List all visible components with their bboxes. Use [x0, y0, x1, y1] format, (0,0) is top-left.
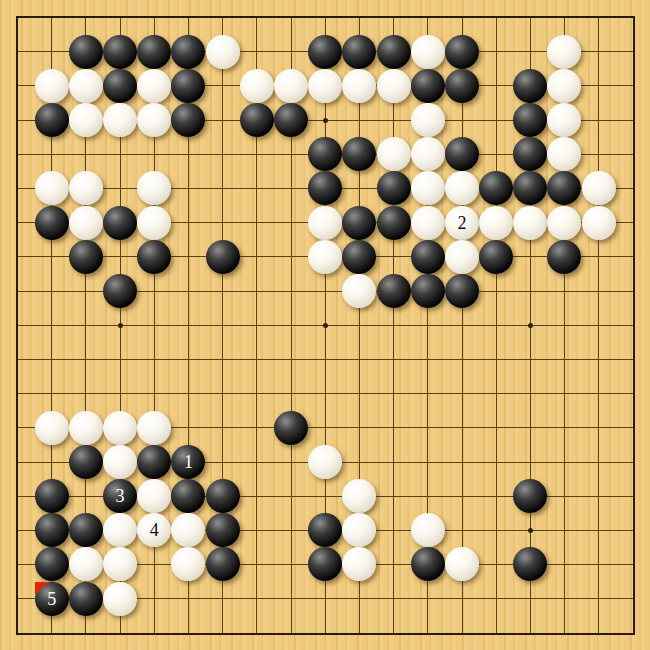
black-stone [35, 547, 69, 581]
black-stone [240, 103, 274, 137]
black-stone [445, 69, 479, 103]
white-stone [582, 171, 616, 205]
black-stone [69, 582, 103, 616]
black-stone [342, 206, 376, 240]
black-stone [513, 137, 547, 171]
black-stone [308, 547, 342, 581]
white-stone [69, 69, 103, 103]
white-stone [137, 411, 171, 445]
white-stone [240, 69, 274, 103]
white-stone [547, 69, 581, 103]
black-stone [137, 445, 171, 479]
white-stone [137, 171, 171, 205]
black-stone [103, 274, 137, 308]
black-stone: 3 [103, 479, 137, 513]
white-stone [547, 35, 581, 69]
black-stone [137, 240, 171, 274]
white-stone [274, 69, 308, 103]
black-stone [103, 206, 137, 240]
white-stone [445, 547, 479, 581]
black-stone [206, 479, 240, 513]
move-number-label: 4 [150, 521, 159, 539]
black-stone [445, 137, 479, 171]
black-stone [479, 171, 513, 205]
black-stone [513, 103, 547, 137]
move-number-label: 1 [184, 453, 193, 471]
black-stone [69, 513, 103, 547]
black-stone [171, 35, 205, 69]
white-stone [342, 274, 376, 308]
white-stone [547, 103, 581, 137]
white-stone [103, 445, 137, 479]
black-stone [69, 240, 103, 274]
black-stone [35, 513, 69, 547]
black-stone [547, 171, 581, 205]
white-stone [69, 171, 103, 205]
black-stone [513, 479, 547, 513]
white-stone [171, 513, 205, 547]
black-stone [377, 206, 411, 240]
white-stone [35, 171, 69, 205]
black-stone [411, 547, 445, 581]
white-stone [582, 206, 616, 240]
white-stone [479, 206, 513, 240]
white-stone [35, 69, 69, 103]
white-stone [206, 35, 240, 69]
white-stone [171, 547, 205, 581]
go-board[interactable]: 21345 [0, 0, 650, 650]
black-stone [513, 547, 547, 581]
white-stone [308, 206, 342, 240]
black-stone [171, 69, 205, 103]
white-stone [411, 137, 445, 171]
white-stone [103, 582, 137, 616]
white-stone [342, 547, 376, 581]
white-stone [547, 137, 581, 171]
black-stone [342, 137, 376, 171]
black-stone [377, 274, 411, 308]
move-number-label: 5 [47, 590, 56, 608]
white-stone [342, 69, 376, 103]
white-stone: 4 [137, 513, 171, 547]
white-stone [513, 206, 547, 240]
black-stone [137, 35, 171, 69]
white-stone [308, 240, 342, 274]
black-stone [206, 513, 240, 547]
white-stone [308, 445, 342, 479]
white-stone [103, 103, 137, 137]
black-stone [445, 35, 479, 69]
black-stone [411, 274, 445, 308]
move-number-label: 3 [116, 487, 125, 505]
white-stone [411, 35, 445, 69]
white-stone [69, 547, 103, 581]
white-stone [411, 513, 445, 547]
black-stone [308, 513, 342, 547]
white-stone [35, 411, 69, 445]
screenshot-stage: 21345 [0, 0, 650, 650]
black-stone [377, 35, 411, 69]
white-stone [342, 513, 376, 547]
white-stone [69, 206, 103, 240]
black-stone [377, 171, 411, 205]
white-stone [377, 69, 411, 103]
black-stone [206, 547, 240, 581]
white-stone [342, 479, 376, 513]
white-stone [103, 547, 137, 581]
white-stone [69, 411, 103, 445]
black-stone [206, 240, 240, 274]
white-stone [137, 103, 171, 137]
white-stone [308, 69, 342, 103]
white-stone [69, 103, 103, 137]
stones-grid: 21345 [0, 0, 650, 650]
black-stone [171, 479, 205, 513]
white-stone: 2 [445, 206, 479, 240]
black-stone [171, 103, 205, 137]
black-stone: 1 [171, 445, 205, 479]
white-stone [547, 206, 581, 240]
black-stone [274, 411, 308, 445]
black-stone [479, 240, 513, 274]
black-stone [513, 171, 547, 205]
white-stone [137, 69, 171, 103]
black-stone [411, 69, 445, 103]
white-stone [411, 206, 445, 240]
black-stone [274, 103, 308, 137]
black-stone [35, 479, 69, 513]
white-stone [411, 103, 445, 137]
black-stone [342, 240, 376, 274]
white-stone [445, 171, 479, 205]
black-stone [547, 240, 581, 274]
white-stone [411, 171, 445, 205]
white-stone [377, 137, 411, 171]
move-number-label: 2 [457, 214, 466, 232]
white-stone [137, 479, 171, 513]
black-stone [69, 445, 103, 479]
black-stone [103, 35, 137, 69]
white-stone [445, 240, 479, 274]
white-stone [103, 513, 137, 547]
black-stone [308, 171, 342, 205]
white-stone [103, 411, 137, 445]
black-stone [411, 240, 445, 274]
black-stone [103, 69, 137, 103]
black-stone [308, 137, 342, 171]
black-stone [35, 206, 69, 240]
black-stone [445, 274, 479, 308]
black-stone [69, 35, 103, 69]
black-stone [513, 69, 547, 103]
white-stone [137, 206, 171, 240]
black-stone [35, 103, 69, 137]
black-stone [342, 35, 376, 69]
black-stone [308, 35, 342, 69]
